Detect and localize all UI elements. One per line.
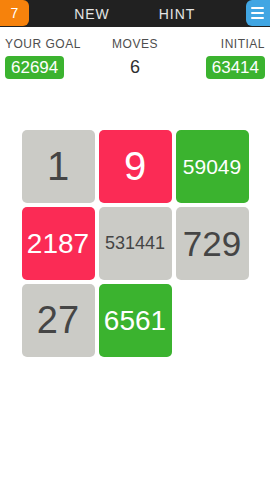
moves-value: 6 bbox=[130, 56, 140, 79]
tile-2187: 2187 bbox=[22, 207, 95, 280]
tile-729: 729 bbox=[176, 207, 249, 280]
tile-1: 1 bbox=[22, 130, 95, 203]
board[interactable]: 19590492187531441729276561 bbox=[22, 130, 249, 357]
moves-label: MOVES bbox=[112, 37, 158, 51]
initial-value-badge: 63414 bbox=[206, 56, 265, 79]
header-bar: 7 NEW HINT bbox=[0, 0, 270, 27]
moves-stat: MOVES 6 bbox=[93, 37, 177, 79]
level-badge[interactable]: 7 bbox=[0, 0, 29, 26]
empty-cell bbox=[176, 284, 249, 357]
hamburger-icon bbox=[251, 5, 264, 21]
menu-button[interactable] bbox=[246, 0, 270, 26]
stats-row: YOUR GOAL 62694 MOVES 6 INITIAL 63414 bbox=[0, 37, 270, 79]
goal-stat: YOUR GOAL 62694 bbox=[5, 37, 93, 79]
tile-6561: 6561 bbox=[99, 284, 172, 357]
tile-9: 9 bbox=[99, 130, 172, 203]
goal-value-badge: 62694 bbox=[5, 56, 64, 79]
level-number: 7 bbox=[11, 5, 19, 21]
hint-button[interactable]: HINT bbox=[145, 0, 209, 27]
tile-27: 27 bbox=[22, 284, 95, 357]
new-button[interactable]: NEW bbox=[60, 0, 124, 27]
goal-label: YOUR GOAL bbox=[5, 37, 81, 51]
tile-531441: 531441 bbox=[99, 207, 172, 280]
initial-stat: INITIAL 63414 bbox=[177, 37, 265, 79]
tile-59049: 59049 bbox=[176, 130, 249, 203]
initial-label: INITIAL bbox=[221, 37, 265, 51]
